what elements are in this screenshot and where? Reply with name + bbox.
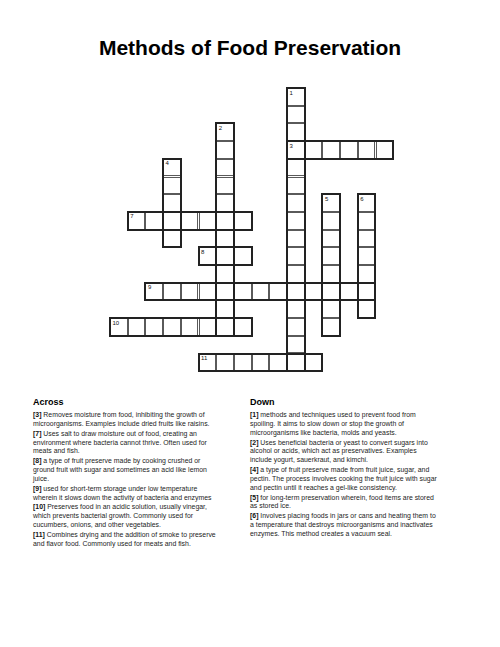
grid-cell[interactable] xyxy=(199,212,217,230)
grid-cell[interactable] xyxy=(199,318,217,336)
grid-cell[interactable] xyxy=(145,318,163,336)
clue-item: [3] Removes moisture from food, inhibiti… xyxy=(33,411,249,429)
grid-cell[interactable] xyxy=(358,265,376,283)
grid-cell[interactable] xyxy=(216,247,234,265)
grid-cell[interactable] xyxy=(287,354,305,372)
grid-cell[interactable] xyxy=(322,141,340,159)
grid-cell[interactable] xyxy=(163,177,181,195)
cell-number: 2 xyxy=(219,125,222,131)
grid-cell[interactable] xyxy=(287,336,305,354)
grid-cell[interactable]: 2 xyxy=(216,123,234,141)
grid-cell[interactable] xyxy=(322,283,340,301)
grid-cell[interactable] xyxy=(216,141,234,159)
grid-cell[interactable] xyxy=(163,318,181,336)
grid-cell[interactable] xyxy=(287,123,305,141)
grid-cell[interactable] xyxy=(287,230,305,248)
clue-text: for long-term preservation wherein, food… xyxy=(250,494,434,510)
grid-cell[interactable] xyxy=(216,300,234,318)
clue-text: Removes moisture from food, inhibiting t… xyxy=(33,411,210,427)
grid-cell[interactable]: 11 xyxy=(199,354,217,372)
grid-cell[interactable] xyxy=(234,283,252,301)
grid-cell[interactable]: 3 xyxy=(287,141,305,159)
grid-cell[interactable] xyxy=(234,318,252,336)
across-clues-section: Across [3] Removes moisture from food, i… xyxy=(33,397,249,549)
grid-cell[interactable] xyxy=(145,212,163,230)
clue-text: methods and techniques used to prevent f… xyxy=(250,411,416,436)
page-title: Methods of Food Preservation xyxy=(0,36,500,60)
grid-cell[interactable] xyxy=(216,194,234,212)
grid-cell[interactable] xyxy=(287,212,305,230)
grid-cell[interactable] xyxy=(340,283,358,301)
grid-cell[interactable] xyxy=(305,354,323,372)
grid-cell[interactable] xyxy=(163,230,181,248)
cell-number: 6 xyxy=(360,196,363,202)
clue-item: [8] a type of fruit preserve made by coo… xyxy=(33,457,249,484)
cell-number: 4 xyxy=(166,160,169,166)
grid-cell[interactable] xyxy=(358,300,376,318)
clue-item: [11] Combines drying and the addition of… xyxy=(33,531,249,549)
grid-cell[interactable]: 5 xyxy=(322,194,340,212)
grid-cell[interactable] xyxy=(358,212,376,230)
grid-cell[interactable] xyxy=(287,300,305,318)
clue-number: [10] xyxy=(33,503,45,510)
across-heading: Across xyxy=(33,397,249,407)
grid-cell[interactable] xyxy=(322,230,340,248)
grid-cell[interactable] xyxy=(216,354,234,372)
cell-number: 1 xyxy=(290,90,293,96)
grid-cell[interactable] xyxy=(163,212,181,230)
grid-cell[interactable] xyxy=(181,212,199,230)
clue-item: [9] used for short-term storage under lo… xyxy=(33,485,249,503)
grid-cell[interactable] xyxy=(216,283,234,301)
grid-cell[interactable] xyxy=(358,230,376,248)
clue-text: Combines drying and the addition of smok… xyxy=(33,531,216,547)
grid-cell[interactable] xyxy=(340,141,358,159)
crossword-grid: 1234567891011 xyxy=(110,88,394,372)
clue-text: Involves placing foods in jars or cans a… xyxy=(250,512,436,537)
clue-item: [10] Preserves food in an acidic solutio… xyxy=(33,503,249,530)
cell-number: 3 xyxy=(290,143,293,149)
clue-item: [4] a type of fruit preserve made from f… xyxy=(250,466,478,493)
grid-cell[interactable] xyxy=(199,283,217,301)
grid-cell[interactable] xyxy=(287,194,305,212)
grid-cell[interactable] xyxy=(181,318,199,336)
grid-cell[interactable] xyxy=(322,318,340,336)
clue-item: [1] methods and techniques used to preve… xyxy=(250,411,478,438)
grid-cell[interactable] xyxy=(216,318,234,336)
grid-cell[interactable] xyxy=(163,283,181,301)
grid-cell[interactable] xyxy=(358,141,376,159)
clue-text: a type of fruit preserve made from fruit… xyxy=(250,466,437,491)
grid-cell[interactable] xyxy=(376,141,394,159)
clue-text: a type of fruit preserve made by cooking… xyxy=(33,457,207,482)
grid-cell[interactable] xyxy=(216,212,234,230)
down-clues-section: Down [1] methods and techniques used to … xyxy=(250,397,478,540)
grid-cell[interactable] xyxy=(305,283,323,301)
grid-cell[interactable] xyxy=(216,159,234,177)
clue-item: [6] Involves placing foods in jars or ca… xyxy=(250,512,478,539)
clue-text: Uses beneficial bacteria or yeast to con… xyxy=(250,439,428,464)
grid-cell[interactable] xyxy=(322,212,340,230)
grid-cell[interactable]: 9 xyxy=(145,283,163,301)
grid-cell[interactable] xyxy=(252,283,270,301)
grid-cell[interactable] xyxy=(234,247,252,265)
grid-cell[interactable] xyxy=(287,159,305,177)
grid-cell[interactable] xyxy=(252,354,270,372)
clue-text: used for short-term storage under low te… xyxy=(33,485,211,501)
grid-cell[interactable] xyxy=(287,177,305,195)
cell-number: 7 xyxy=(130,213,133,219)
grid-cell[interactable]: 8 xyxy=(199,247,217,265)
grid-cell[interactable] xyxy=(287,283,305,301)
grid-cell[interactable] xyxy=(234,354,252,372)
grid-cell[interactable] xyxy=(128,318,146,336)
clue-item: [7] Uses salt to draw moisture out of fo… xyxy=(33,430,249,457)
grid-cell[interactable] xyxy=(234,212,252,230)
clue-item: [2] Uses beneficial bacteria or yeast to… xyxy=(250,439,478,466)
grid-cell[interactable] xyxy=(287,247,305,265)
grid-cell[interactable]: 6 xyxy=(358,194,376,212)
grid-cell[interactable] xyxy=(358,283,376,301)
grid-cell[interactable] xyxy=(322,265,340,283)
cell-number: 10 xyxy=(113,320,120,326)
grid-cell[interactable] xyxy=(269,354,287,372)
grid-cell[interactable] xyxy=(322,247,340,265)
grid-cell[interactable] xyxy=(163,194,181,212)
grid-cell[interactable] xyxy=(287,106,305,124)
grid-cell[interactable] xyxy=(181,283,199,301)
clue-text: Preserves food in an acidic solution, us… xyxy=(33,503,207,528)
grid-cell[interactable]: 1 xyxy=(287,88,305,106)
cell-number: 8 xyxy=(201,249,204,255)
clue-number: [11] xyxy=(33,531,45,538)
grid-cell[interactable] xyxy=(216,230,234,248)
grid-cell[interactable] xyxy=(287,265,305,283)
down-heading: Down xyxy=(250,397,478,407)
grid-cell[interactable] xyxy=(358,247,376,265)
grid-cell[interactable] xyxy=(216,177,234,195)
cell-number: 9 xyxy=(148,284,151,290)
clue-text: Uses salt to draw moisture out of food, … xyxy=(33,430,207,455)
cell-number: 11 xyxy=(201,355,207,361)
grid-cell[interactable] xyxy=(305,141,323,159)
cell-number: 5 xyxy=(325,196,328,202)
grid-cell[interactable] xyxy=(287,318,305,336)
grid-cell[interactable]: 4 xyxy=(163,159,181,177)
across-clue-list: [3] Removes moisture from food, inhibiti… xyxy=(33,411,249,549)
grid-cell[interactable]: 7 xyxy=(128,212,146,230)
grid-cell[interactable] xyxy=(322,300,340,318)
clue-item: [5] for long-term preservation wherein, … xyxy=(250,494,478,512)
grid-cell[interactable] xyxy=(216,265,234,283)
down-clue-list: [1] methods and techniques used to preve… xyxy=(250,411,478,539)
grid-cell[interactable]: 10 xyxy=(110,318,128,336)
grid-cell[interactable] xyxy=(269,283,287,301)
